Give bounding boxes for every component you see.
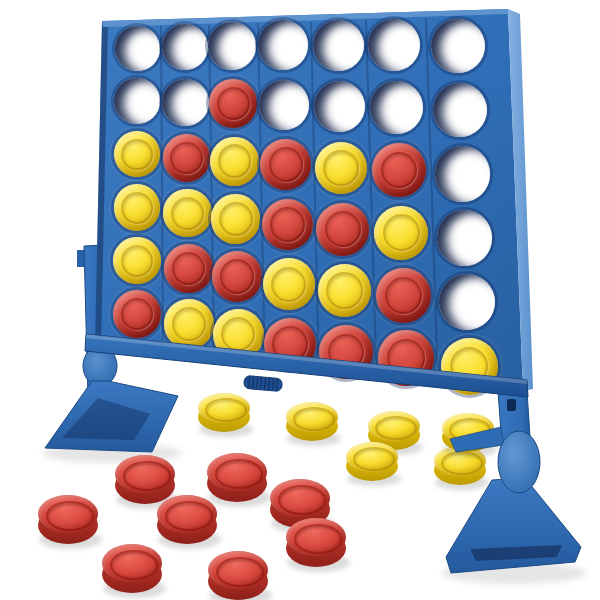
loose-red-disc[interactable]: [102, 544, 162, 593]
connect-four-scene: [0, 0, 600, 600]
disc-top: [207, 453, 267, 491]
disc-top: [102, 544, 162, 582]
disc-top: [115, 455, 175, 493]
loose-red-discs: [0, 0, 600, 600]
disc-top: [208, 551, 268, 589]
disc-top: [38, 495, 98, 533]
loose-red-disc[interactable]: [208, 551, 268, 600]
disc-ring: [294, 524, 342, 553]
loose-red-disc[interactable]: [286, 518, 346, 567]
disc-ring: [165, 501, 213, 530]
disc-ring: [46, 501, 94, 530]
loose-red-disc[interactable]: [38, 495, 98, 544]
disc-top: [270, 479, 330, 517]
disc-ring: [215, 459, 263, 488]
disc-ring: [123, 461, 171, 490]
disc-ring: [278, 485, 326, 514]
disc-ring: [216, 557, 264, 586]
disc-top: [286, 518, 346, 556]
disc-top: [157, 495, 217, 533]
disc-ring: [110, 550, 158, 579]
loose-red-disc[interactable]: [157, 495, 217, 544]
